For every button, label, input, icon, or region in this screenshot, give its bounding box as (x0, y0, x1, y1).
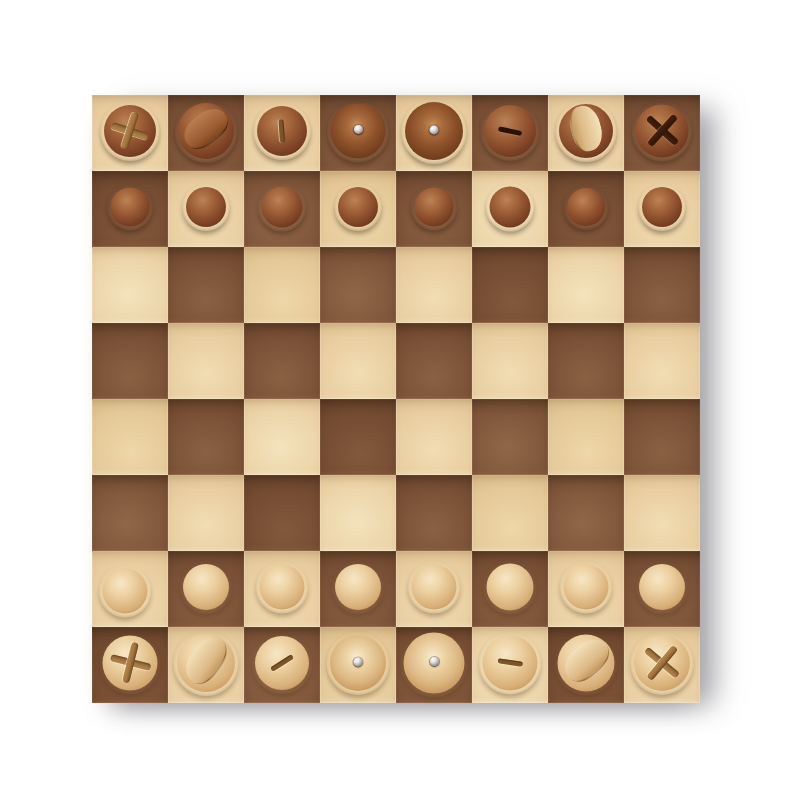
piece-black-king-e8[interactable] (405, 102, 463, 160)
piece-white-bishop-c1[interactable] (255, 636, 309, 690)
square-e7[interactable] (396, 171, 472, 247)
piece-black-rook-a8[interactable] (104, 105, 156, 157)
square-f8[interactable] (472, 95, 548, 171)
piece-black-bishop-c8[interactable] (257, 106, 307, 156)
square-h1[interactable] (624, 627, 700, 703)
piece-white-bishop-f1[interactable] (483, 635, 538, 690)
square-f5[interactable] (472, 323, 548, 399)
knight-facet-mark (565, 102, 606, 155)
bishop-slot-mark (497, 659, 523, 667)
piece-black-pawn-g7[interactable] (567, 188, 605, 226)
square-a5[interactable] (92, 323, 168, 399)
square-a6[interactable] (92, 247, 168, 323)
square-a8[interactable] (92, 95, 168, 171)
square-e6[interactable] (396, 247, 472, 323)
piece-black-bishop-f8[interactable] (484, 105, 536, 157)
piece-white-rook-a1[interactable] (103, 635, 158, 690)
piece-white-pawn-e2[interactable] (412, 564, 457, 609)
square-c1[interactable] (244, 627, 320, 703)
square-f4[interactable] (472, 399, 548, 475)
piece-white-pawn-a2[interactable] (103, 568, 148, 613)
bishop-slot-mark (279, 119, 285, 142)
square-h3[interactable] (624, 475, 700, 551)
square-b3[interactable] (168, 475, 244, 551)
piece-black-pawn-f7[interactable] (490, 186, 531, 227)
square-e2[interactable] (396, 551, 472, 627)
square-h2[interactable] (624, 551, 700, 627)
piece-black-pawn-b7[interactable] (186, 187, 226, 227)
square-h6[interactable] (624, 247, 700, 323)
piece-black-queen-d8[interactable] (331, 103, 386, 158)
steel-pin (430, 125, 439, 134)
piece-black-pawn-e7[interactable] (415, 187, 454, 226)
square-f2[interactable] (472, 551, 548, 627)
steel-pin (354, 125, 363, 134)
square-d6[interactable] (320, 247, 396, 323)
square-b1[interactable] (168, 627, 244, 703)
piece-black-rook-h8[interactable] (636, 104, 689, 157)
square-g8[interactable] (548, 95, 624, 171)
piece-white-king-e1[interactable] (404, 632, 465, 693)
photo-background (0, 0, 800, 800)
square-a2[interactable] (92, 551, 168, 627)
square-d4[interactable] (320, 399, 396, 475)
piece-white-pawn-g2[interactable] (564, 564, 609, 609)
piece-white-pawn-b2[interactable] (183, 564, 229, 610)
piece-black-knight-g8[interactable] (559, 104, 613, 158)
square-c2[interactable] (244, 551, 320, 627)
piece-white-rook-h1[interactable] (634, 635, 690, 691)
steel-pin (354, 657, 363, 666)
square-g3[interactable] (548, 475, 624, 551)
square-b7[interactable] (168, 171, 244, 247)
square-b6[interactable] (168, 247, 244, 323)
piece-white-queen-d1[interactable] (330, 635, 386, 691)
square-e5[interactable] (396, 323, 472, 399)
square-h5[interactable] (624, 323, 700, 399)
bishop-slot-mark (498, 126, 522, 136)
piece-black-pawn-a7[interactable] (111, 187, 150, 226)
square-g1[interactable] (548, 627, 624, 703)
bishop-slot-mark (270, 654, 294, 671)
square-d1[interactable] (320, 627, 396, 703)
square-b8[interactable] (168, 95, 244, 171)
square-a4[interactable] (92, 399, 168, 475)
chess-board (92, 95, 700, 703)
square-e4[interactable] (396, 399, 472, 475)
square-c5[interactable] (244, 323, 320, 399)
square-e8[interactable] (396, 95, 472, 171)
square-f7[interactable] (472, 171, 548, 247)
square-h4[interactable] (624, 399, 700, 475)
square-f6[interactable] (472, 247, 548, 323)
square-c8[interactable] (244, 95, 320, 171)
square-h8[interactable] (624, 95, 700, 171)
square-g5[interactable] (548, 323, 624, 399)
square-h7[interactable] (624, 171, 700, 247)
piece-white-pawn-h2[interactable] (639, 564, 685, 610)
square-f3[interactable] (472, 475, 548, 551)
square-c6[interactable] (244, 247, 320, 323)
knight-facet-mark (557, 632, 615, 688)
square-f1[interactable] (472, 627, 548, 703)
square-c4[interactable] (244, 399, 320, 475)
piece-black-pawn-d7[interactable] (338, 187, 378, 227)
piece-white-pawn-c2[interactable] (260, 564, 305, 609)
piece-black-pawn-c7[interactable] (262, 186, 303, 227)
piece-white-pawn-f2[interactable] (487, 563, 534, 610)
square-d3[interactable] (320, 475, 396, 551)
knight-facet-mark (177, 101, 234, 155)
square-g6[interactable] (548, 247, 624, 323)
square-a7[interactable] (92, 171, 168, 247)
square-c3[interactable] (244, 475, 320, 551)
knight-facet-mark (179, 630, 234, 689)
square-b4[interactable] (168, 399, 244, 475)
square-b2[interactable] (168, 551, 244, 627)
square-g7[interactable] (548, 171, 624, 247)
square-g4[interactable] (548, 399, 624, 475)
steel-pin (430, 657, 439, 666)
square-d7[interactable] (320, 171, 396, 247)
piece-white-knight-b1[interactable] (177, 634, 235, 692)
piece-white-pawn-d2[interactable] (335, 564, 381, 610)
square-a1[interactable] (92, 627, 168, 703)
square-d2[interactable] (320, 551, 396, 627)
square-c7[interactable] (244, 171, 320, 247)
square-e1[interactable] (396, 627, 472, 703)
square-a3[interactable] (92, 475, 168, 551)
square-d8[interactable] (320, 95, 396, 171)
square-e3[interactable] (396, 475, 472, 551)
piece-white-knight-g1[interactable] (558, 634, 615, 691)
square-d5[interactable] (320, 323, 396, 399)
piece-black-pawn-h7[interactable] (642, 187, 682, 227)
square-g2[interactable] (548, 551, 624, 627)
square-b5[interactable] (168, 323, 244, 399)
piece-black-knight-b8[interactable] (178, 103, 234, 159)
